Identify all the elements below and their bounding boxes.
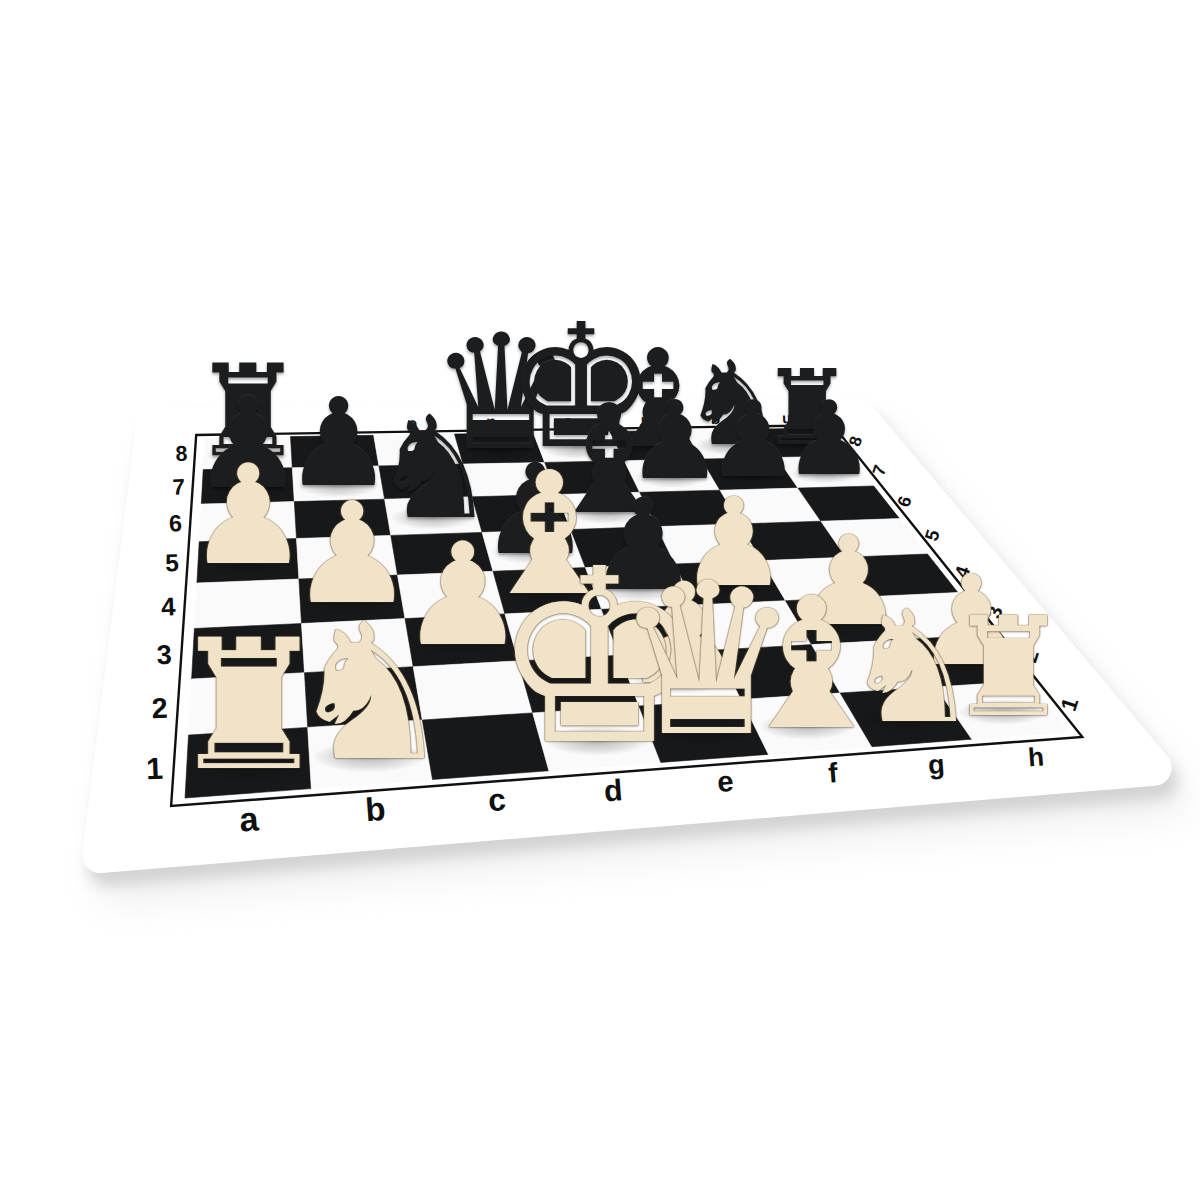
square-a7 — [201, 468, 294, 504]
rank-label-left-4: 4 — [161, 592, 177, 621]
rank-label-left-8: 8 — [175, 442, 188, 466]
square-d6 — [472, 495, 571, 533]
square-c8 — [374, 434, 463, 466]
square-b6 — [294, 499, 391, 538]
square-b5 — [297, 535, 398, 579]
square-d3 — [505, 609, 619, 661]
square-e8 — [533, 432, 624, 463]
square-c1 — [422, 713, 549, 780]
square-c6 — [385, 497, 483, 536]
rank-label-left-2: 2 — [151, 692, 168, 725]
square-a2 — [189, 673, 308, 735]
file-label-bottom-a: a — [238, 799, 261, 838]
file-label-top-b: b — [326, 417, 337, 437]
rank-label-left-6: 6 — [169, 510, 183, 536]
square-b7 — [292, 466, 384, 502]
square-c3 — [405, 614, 518, 667]
rank-label-left-7: 7 — [172, 474, 185, 499]
file-label-bottom-e: e — [716, 765, 735, 798]
file-label-top-d: d — [486, 416, 497, 434]
square-b3 — [302, 619, 414, 673]
square-d4 — [493, 568, 602, 614]
square-b8 — [291, 435, 379, 468]
file-label-top-c: c — [407, 416, 417, 435]
chess-mat: abcdefghabcdefgh8765432187654321 — [0, 0, 1200, 1200]
square-a4 — [194, 579, 301, 629]
rank-label-left-1: 1 — [146, 751, 164, 786]
square-c7 — [379, 464, 472, 499]
square-c5 — [391, 532, 493, 575]
square-e7 — [545, 461, 640, 495]
square-a1 — [185, 727, 311, 798]
square-d2 — [518, 655, 639, 713]
square-d5 — [482, 530, 585, 572]
square-a5 — [197, 539, 299, 584]
square-a3 — [192, 624, 305, 680]
file-label-top-g: g — [711, 413, 721, 430]
square-c2 — [413, 661, 533, 720]
square-e6 — [557, 492, 657, 529]
rank-label-left-3: 3 — [156, 639, 172, 671]
file-label-top-a: a — [243, 418, 254, 438]
square-c4 — [398, 571, 505, 618]
rank-label-left-5: 5 — [165, 549, 180, 576]
square-d8 — [455, 433, 545, 464]
square-d7 — [463, 462, 557, 496]
square-b1 — [308, 720, 433, 789]
file-label-bottom-b: b — [364, 790, 387, 828]
square-b4 — [299, 575, 405, 623]
file-label-bottom-c: c — [487, 781, 507, 818]
square-b2 — [305, 667, 423, 728]
file-label-bottom-d: d — [603, 773, 624, 807]
square-a6 — [199, 502, 296, 542]
file-label-bottom-h: h — [1027, 741, 1045, 772]
square-e5 — [571, 527, 675, 568]
square-a8 — [203, 437, 292, 470]
square-d1 — [533, 706, 661, 771]
file-label-bottom-g: g — [927, 749, 946, 780]
file-label-top-h: h — [782, 412, 792, 428]
chess-set-photo-scene: abcdefghabcdefgh8765432187654321 ♜♛♚♝♞♜♟… — [0, 0, 1200, 1200]
file-label-top-e: e — [563, 415, 573, 432]
